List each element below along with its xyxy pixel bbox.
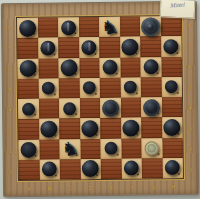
file-label-d: D <box>82 184 100 193</box>
square-g3 <box>141 117 162 137</box>
rank-labels-left: 87654321 <box>4 17 16 181</box>
square-b6 <box>38 58 59 78</box>
square-f2 <box>121 138 142 158</box>
square-d5 <box>79 78 100 98</box>
checker-disc <box>42 82 55 95</box>
rank-label-right-3: 3 <box>186 119 194 135</box>
square-c6 <box>58 58 79 78</box>
square-h8 <box>160 16 181 36</box>
square-e5 <box>100 78 121 98</box>
square-a8 <box>17 18 38 38</box>
square-g8 <box>140 16 161 36</box>
dome-piece <box>19 60 36 77</box>
dome-piece <box>165 160 180 175</box>
file-label-g: G <box>144 183 162 192</box>
stemmed-piece <box>82 40 97 55</box>
square-b4 <box>38 99 59 119</box>
square-f6 <box>120 57 141 77</box>
square-e4 <box>100 98 121 118</box>
dome-piece <box>102 60 117 75</box>
rank-label-left-1: 1 <box>7 163 15 179</box>
checker-disc <box>21 141 37 157</box>
square-a4 <box>18 99 39 119</box>
dome-piece <box>60 59 77 76</box>
square-d7 <box>79 37 100 57</box>
square-f1 <box>121 158 142 178</box>
square-g2 <box>141 138 162 158</box>
square-d6 <box>79 58 100 78</box>
dome-piece <box>123 119 140 136</box>
dome-piece <box>82 120 99 137</box>
square-e6 <box>99 57 120 77</box>
rank-labels-right: 87654321 <box>184 15 196 179</box>
rank-label-left-8: 8 <box>5 19 13 35</box>
file-label-h: H <box>165 183 183 192</box>
dome-piece <box>124 161 139 176</box>
rank-label-left-7: 7 <box>5 40 13 56</box>
file-label-e: E <box>103 184 121 193</box>
chess-board: ♞♞ <box>17 16 183 180</box>
checker-disc <box>165 80 178 93</box>
square-h6 <box>161 57 182 77</box>
square-g4 <box>141 97 162 117</box>
king-piece <box>141 17 160 36</box>
square-h1 <box>162 158 183 178</box>
square-d3 <box>80 118 101 138</box>
file-label-a: A <box>20 185 38 194</box>
square-e8: ♞ <box>99 17 120 37</box>
square-a7 <box>17 38 38 58</box>
rank-label-right-8: 8 <box>185 17 193 33</box>
stemmed-piece <box>41 40 56 55</box>
square-b5 <box>38 78 59 98</box>
checker-disc <box>124 81 137 94</box>
square-c5 <box>59 78 80 98</box>
square-f5 <box>120 77 141 97</box>
square-f4 <box>120 97 141 117</box>
rank-label-right-6: 6 <box>186 58 194 74</box>
square-e3 <box>100 118 121 138</box>
paper-note: Mittel <box>160 0 196 19</box>
square-b7 <box>38 38 59 58</box>
checker-disc <box>104 142 117 155</box>
checker-disc <box>83 81 96 94</box>
knight-piece: ♞ <box>99 16 120 39</box>
dome-piece <box>42 162 57 177</box>
checker-disc <box>22 102 35 115</box>
board-photo: 87654321 87654321 ABCDEFGH ♞♞ Mittel <box>0 0 200 199</box>
knight-piece: ♞ <box>59 138 80 161</box>
rank-label-right-4: 4 <box>186 99 194 115</box>
square-d4 <box>79 98 100 118</box>
ringed-piece <box>143 99 160 116</box>
rank-label-right-7: 7 <box>185 37 193 53</box>
square-f3 <box>121 118 142 138</box>
rank-label-right-5: 5 <box>186 78 194 94</box>
dome-piece <box>122 38 139 55</box>
board-inner-border: ♞♞ <box>16 15 184 181</box>
square-d1 <box>80 159 101 179</box>
rank-label-right-2: 2 <box>187 140 195 156</box>
square-a2 <box>18 139 39 159</box>
square-f8 <box>119 17 140 37</box>
square-h4 <box>161 97 182 117</box>
file-label-b: B <box>40 184 58 193</box>
square-c8 <box>58 17 79 37</box>
dome-piece <box>164 119 181 136</box>
square-a6 <box>17 58 38 78</box>
dome-piece <box>143 59 158 74</box>
square-d2 <box>80 138 101 158</box>
rank-label-right-1: 1 <box>187 160 195 176</box>
square-d8 <box>78 17 99 37</box>
square-g7 <box>140 37 161 57</box>
square-e2 <box>100 138 121 158</box>
square-c2: ♞ <box>59 139 80 159</box>
file-labels-bottom: ABCDEFGH <box>18 182 184 194</box>
square-b2 <box>39 139 60 159</box>
square-g5 <box>141 77 162 97</box>
square-g1 <box>142 158 163 178</box>
square-c1 <box>60 159 81 179</box>
dome-piece <box>82 160 99 177</box>
square-e7 <box>99 37 120 57</box>
ringed-piece <box>102 99 119 116</box>
square-e1 <box>101 158 122 178</box>
square-b8 <box>38 18 59 38</box>
note-text: Mittel <box>161 1 194 9</box>
rank-label-left-3: 3 <box>6 122 14 138</box>
board-frame: 87654321 87654321 ABCDEFGH ♞♞ <box>1 1 199 197</box>
square-a5 <box>18 79 39 99</box>
rank-label-left-5: 5 <box>6 81 14 97</box>
square-b3 <box>39 119 60 139</box>
file-label-c: C <box>61 184 79 193</box>
dome-piece <box>19 19 36 36</box>
rank-label-left-4: 4 <box>6 101 14 117</box>
square-f7 <box>120 37 141 57</box>
checker-disc <box>63 102 76 115</box>
rank-label-left-2: 2 <box>7 142 15 158</box>
square-c7 <box>58 38 79 58</box>
file-label-f: F <box>123 183 141 192</box>
dome-piece <box>164 39 179 54</box>
square-a3 <box>18 119 39 139</box>
square-c4 <box>59 98 80 118</box>
square-h2 <box>162 137 183 157</box>
coin-piece <box>145 141 159 155</box>
square-h3 <box>162 117 183 137</box>
stemmed-piece <box>61 20 76 35</box>
rank-label-left-6: 6 <box>6 60 14 76</box>
square-g6 <box>140 57 161 77</box>
square-a1 <box>19 159 40 179</box>
square-h7 <box>161 36 182 56</box>
square-h5 <box>161 77 182 97</box>
dome-piece <box>41 120 58 137</box>
square-b1 <box>39 159 60 179</box>
